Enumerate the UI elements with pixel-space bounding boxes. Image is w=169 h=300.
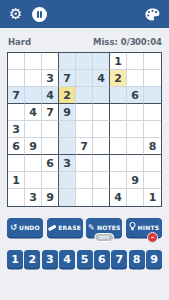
cell-r5c7[interactable] (110, 121, 127, 138)
cell-r5c9[interactable] (144, 121, 161, 138)
cell-r3c5[interactable] (76, 87, 93, 104)
cell-r8c7[interactable] (110, 172, 127, 189)
pencil-icon: ✎ (88, 224, 95, 232)
cell-r8c5[interactable] (76, 172, 93, 189)
cell-r2c5[interactable] (76, 70, 93, 87)
cell-r4c6[interactable] (93, 104, 110, 121)
cell-r8c1[interactable]: 1 (8, 172, 25, 189)
cell-r6c9[interactable]: 8 (144, 138, 161, 155)
timer: 00:04 (135, 37, 162, 47)
lightbulb-icon (129, 222, 136, 233)
cell-r1c9[interactable] (144, 53, 161, 70)
cell-r8c2[interactable] (25, 172, 42, 189)
undo-button[interactable]: ↺ UNDO (7, 218, 43, 237)
miss-counter: Miss: 0/3 (93, 37, 136, 47)
notes-button[interactable]: ✎ NOTES OFF (86, 218, 122, 237)
pause-button[interactable] (32, 7, 47, 22)
cell-r7c8[interactable] (127, 155, 144, 172)
cell-r4c4[interactable]: 9 (59, 104, 76, 121)
theme-palette-icon[interactable] (145, 8, 160, 21)
notes-off-pill: OFF (95, 233, 115, 242)
cell-r2c1[interactable] (8, 70, 25, 87)
hints-label: HINTS (138, 224, 160, 231)
settings-gear-icon[interactable]: ⚙ (9, 7, 22, 22)
cell-r9c4[interactable] (59, 189, 76, 206)
cell-r6c6[interactable] (93, 138, 110, 155)
cell-r5c5[interactable] (76, 121, 93, 138)
numpad-8[interactable]: 8 (129, 250, 145, 268)
cell-r1c3[interactable] (42, 53, 59, 70)
cell-r9c9[interactable]: 1 (144, 189, 161, 206)
cell-r1c8[interactable] (127, 53, 144, 70)
cell-r6c3[interactable] (42, 138, 59, 155)
cell-r1c5[interactable] (76, 53, 93, 70)
cell-r6c7[interactable] (110, 138, 127, 155)
cell-r6c5[interactable]: 7 (76, 138, 93, 155)
cell-r5c6[interactable] (93, 121, 110, 138)
cell-r1c4[interactable] (59, 53, 76, 70)
cell-r3c4[interactable]: 2 (59, 87, 76, 104)
cell-r3c8[interactable]: 6 (127, 87, 144, 104)
cell-r1c7[interactable]: 1 (110, 53, 127, 70)
cell-r7c1[interactable] (8, 155, 25, 172)
numpad-3[interactable]: 3 (42, 250, 58, 268)
cell-r3c3[interactable]: 4 (42, 87, 59, 104)
cell-r5c3[interactable] (42, 121, 59, 138)
cell-r8c3[interactable] (42, 172, 59, 189)
cell-r5c8[interactable] (127, 121, 144, 138)
cell-r8c4[interactable] (59, 172, 76, 189)
cell-r6c1[interactable]: 6 (8, 138, 25, 155)
cell-r5c2[interactable] (25, 121, 42, 138)
cell-r5c1[interactable]: 3 (8, 121, 25, 138)
undo-icon: ↺ (10, 224, 17, 232)
erase-label: ERASE (58, 224, 81, 231)
numpad-1[interactable]: 1 (7, 250, 23, 268)
cell-r2c4[interactable]: 7 (59, 70, 76, 87)
cell-r9c5[interactable] (76, 189, 93, 206)
cell-r9c8[interactable] (127, 189, 144, 206)
cell-r2c7[interactable]: 2 (110, 70, 127, 87)
cell-r8c6[interactable] (93, 172, 110, 189)
cell-r7c7[interactable] (110, 155, 127, 172)
cell-r4c1[interactable] (8, 104, 25, 121)
numpad-2[interactable]: 2 (24, 250, 40, 268)
cell-r2c6[interactable]: 4 (93, 70, 110, 87)
cell-r4c5[interactable] (76, 104, 93, 121)
cell-r9c6[interactable] (93, 189, 110, 206)
cell-r2c8[interactable] (127, 70, 144, 87)
cell-r6c4[interactable] (59, 138, 76, 155)
cell-r4c9[interactable] (144, 104, 161, 121)
difficulty-label: Hard (8, 37, 31, 47)
cell-r4c3[interactable]: 7 (42, 104, 59, 121)
cell-r1c1[interactable] (8, 53, 25, 70)
status-row: Hard Miss: 0/3 00:04 (0, 34, 169, 50)
cell-r7c3[interactable]: 6 (42, 155, 59, 172)
cell-r7c5[interactable] (76, 155, 93, 172)
cell-r3c6[interactable] (93, 87, 110, 104)
hints-button[interactable]: HINTS (126, 218, 162, 237)
cell-r1c2[interactable] (25, 53, 42, 70)
cell-r6c2[interactable]: 9 (25, 138, 42, 155)
cell-r2c3[interactable]: 3 (42, 70, 59, 87)
numpad-4[interactable]: 4 (59, 250, 75, 268)
cell-r3c2[interactable] (25, 87, 42, 104)
cell-r9c7[interactable]: 4 (110, 189, 127, 206)
cell-r7c6[interactable] (93, 155, 110, 172)
numpad-5[interactable]: 5 (77, 250, 93, 268)
cell-r7c4[interactable]: 3 (59, 155, 76, 172)
cell-r8c8[interactable]: 9 (127, 172, 144, 189)
cell-r3c1[interactable]: 7 (8, 87, 25, 104)
cell-r4c8[interactable] (127, 104, 144, 121)
cell-r7c2[interactable] (25, 155, 42, 172)
numpad-6[interactable]: 6 (94, 250, 110, 268)
cell-r9c1[interactable] (8, 189, 25, 206)
cell-r2c9[interactable] (144, 70, 161, 87)
numpad-9[interactable]: 9 (146, 250, 162, 268)
cell-r4c2[interactable]: 4 (25, 104, 42, 121)
cell-r4c7[interactable] (110, 104, 127, 121)
cell-r1c6[interactable] (93, 53, 110, 70)
cell-r2c2[interactable] (25, 70, 42, 87)
eraser-icon (48, 223, 56, 233)
toolbar: ↺ UNDO ERASE ✎ NOTES OFF HINTS (7, 218, 162, 237)
cell-r5c4[interactable] (59, 121, 76, 138)
cell-r6c8[interactable] (127, 138, 144, 155)
cell-r3c9[interactable] (144, 87, 161, 104)
cell-r9c3[interactable]: 9 (42, 189, 59, 206)
sudoku-board: 1374274264793697863193941 (7, 52, 162, 207)
notes-label: NOTES (97, 224, 121, 231)
cell-r8c9[interactable] (144, 172, 161, 189)
cell-r9c2[interactable]: 3 (25, 189, 42, 206)
hints-badge (147, 232, 158, 243)
undo-label: UNDO (19, 224, 40, 231)
top-bar: ⚙ (0, 0, 169, 28)
numpad-7[interactable]: 7 (111, 250, 127, 268)
cell-r7c9[interactable] (144, 155, 161, 172)
number-pad: 123456789 (7, 250, 162, 268)
cell-r3c7[interactable] (110, 87, 127, 104)
erase-button[interactable]: ERASE (47, 218, 83, 237)
